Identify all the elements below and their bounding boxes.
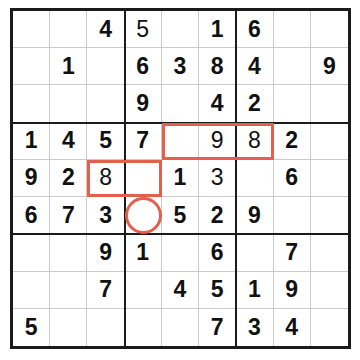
cell-r5c6[interactable]: 3 <box>199 160 236 197</box>
cell-r6c9[interactable] <box>311 197 348 234</box>
cell-r5c5[interactable]: 1 <box>162 160 199 197</box>
cell-r3c1[interactable] <box>13 85 50 122</box>
cell-r2c9[interactable]: 9 <box>311 48 348 85</box>
cell-r7c8[interactable]: 7 <box>274 234 311 271</box>
cell-r8c9[interactable] <box>311 272 348 309</box>
cell-r4c6[interactable]: 9 <box>199 123 236 160</box>
cell-r8c6[interactable]: 5 <box>199 272 236 309</box>
sudoku-page: 4516163849942145798292813667352991677451… <box>0 0 360 360</box>
cell-r7c4[interactable]: 1 <box>125 234 162 271</box>
cell-r8c1[interactable] <box>13 272 50 309</box>
cell-r3c8[interactable] <box>274 85 311 122</box>
cell-r4c1[interactable]: 1 <box>13 123 50 160</box>
cell-r9c2[interactable] <box>50 309 87 346</box>
cell-r6c7[interactable]: 9 <box>236 197 273 234</box>
cell-r4c9[interactable] <box>311 123 348 160</box>
cell-r2c6[interactable]: 8 <box>199 48 236 85</box>
cell-r8c7[interactable]: 1 <box>236 272 273 309</box>
cell-r3c6[interactable]: 4 <box>199 85 236 122</box>
cell-r3c3[interactable] <box>87 85 124 122</box>
cell-r8c3[interactable]: 7 <box>87 272 124 309</box>
cell-r5c7[interactable] <box>236 160 273 197</box>
cell-r1c2[interactable] <box>50 11 87 48</box>
cell-r5c3[interactable]: 8 <box>87 160 124 197</box>
cell-r2c1[interactable] <box>13 48 50 85</box>
cell-r9c5[interactable] <box>162 309 199 346</box>
cell-r5c2[interactable]: 2 <box>50 160 87 197</box>
cell-r4c5[interactable] <box>162 123 199 160</box>
cell-r1c1[interactable] <box>13 11 50 48</box>
cell-r6c8[interactable] <box>274 197 311 234</box>
cell-r7c9[interactable] <box>311 234 348 271</box>
cell-r4c8[interactable]: 2 <box>274 123 311 160</box>
cell-r8c2[interactable] <box>50 272 87 309</box>
cell-r7c7[interactable] <box>236 234 273 271</box>
cell-r9c4[interactable] <box>125 309 162 346</box>
cell-r1c8[interactable] <box>274 11 311 48</box>
cell-r1c6[interactable]: 1 <box>199 11 236 48</box>
cell-r4c3[interactable]: 5 <box>87 123 124 160</box>
cell-r9c3[interactable] <box>87 309 124 346</box>
cell-r1c7[interactable]: 6 <box>236 11 273 48</box>
cell-r3c7[interactable]: 2 <box>236 85 273 122</box>
cell-r3c5[interactable] <box>162 85 199 122</box>
cell-r7c1[interactable] <box>13 234 50 271</box>
cell-r2c2[interactable]: 1 <box>50 48 87 85</box>
cell-r2c3[interactable] <box>87 48 124 85</box>
cell-r8c5[interactable]: 4 <box>162 272 199 309</box>
cell-r5c8[interactable]: 6 <box>274 160 311 197</box>
cell-r1c3[interactable]: 4 <box>87 11 124 48</box>
cell-r5c1[interactable]: 9 <box>13 160 50 197</box>
cell-r7c5[interactable] <box>162 234 199 271</box>
cell-r9c6[interactable]: 7 <box>199 309 236 346</box>
cell-r9c7[interactable]: 3 <box>236 309 273 346</box>
cell-r9c1[interactable]: 5 <box>13 309 50 346</box>
cell-r2c7[interactable]: 4 <box>236 48 273 85</box>
cell-r2c4[interactable]: 6 <box>125 48 162 85</box>
cell-r9c8[interactable]: 4 <box>274 309 311 346</box>
cell-r6c6[interactable]: 2 <box>199 197 236 234</box>
cell-r3c4[interactable]: 9 <box>125 85 162 122</box>
cell-r1c9[interactable] <box>311 11 348 48</box>
cell-r6c2[interactable]: 7 <box>50 197 87 234</box>
sudoku-board: 4516163849942145798292813667352991677451… <box>10 8 351 349</box>
cell-r6c5[interactable]: 5 <box>162 197 199 234</box>
cell-r6c1[interactable]: 6 <box>13 197 50 234</box>
cell-r4c7[interactable]: 8 <box>236 123 273 160</box>
cell-r4c4[interactable]: 7 <box>125 123 162 160</box>
cell-r8c8[interactable]: 9 <box>274 272 311 309</box>
cell-r8c4[interactable] <box>125 272 162 309</box>
cell-r4c2[interactable]: 4 <box>50 123 87 160</box>
cell-r6c4[interactable] <box>125 197 162 234</box>
cell-r5c9[interactable] <box>311 160 348 197</box>
sudoku-cells: 4516163849942145798292813667352991677451… <box>13 11 348 346</box>
cell-r5c4[interactable] <box>125 160 162 197</box>
cell-r6c3[interactable]: 3 <box>87 197 124 234</box>
cell-r9c9[interactable] <box>311 309 348 346</box>
cell-r7c6[interactable]: 6 <box>199 234 236 271</box>
cell-r1c4[interactable]: 5 <box>125 11 162 48</box>
cell-r2c8[interactable] <box>274 48 311 85</box>
cell-r7c2[interactable] <box>50 234 87 271</box>
cell-r2c5[interactable]: 3 <box>162 48 199 85</box>
cell-r3c2[interactable] <box>50 85 87 122</box>
cell-r1c5[interactable] <box>162 11 199 48</box>
cell-r3c9[interactable] <box>311 85 348 122</box>
cell-r7c3[interactable]: 9 <box>87 234 124 271</box>
